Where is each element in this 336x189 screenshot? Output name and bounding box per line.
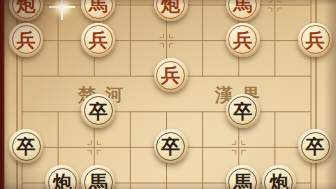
piece-character: 炮 — [53, 165, 72, 189]
red-soldier-piece[interactable]: 兵 — [81, 23, 115, 57]
piece-character: 炮 — [269, 165, 288, 189]
piece-character: 卒 — [89, 94, 108, 128]
piece-character: 馬 — [89, 0, 108, 21]
piece-character: 兵 — [161, 58, 180, 92]
piece-character: 兵 — [306, 23, 325, 57]
piece-character: 兵 — [17, 23, 36, 57]
xiangqi-board[interactable]: 楚河 漢界 炮馬炮馬兵兵兵兵兵卒卒卒卒卒炮馬馬炮 — [4, 0, 336, 189]
red-soldier-piece[interactable]: 兵 — [9, 23, 43, 57]
piece-character: 卒 — [233, 94, 252, 128]
piece-character: 馬 — [233, 0, 252, 21]
piece-character: 馬 — [233, 165, 252, 189]
black-soldier-piece[interactable]: 卒 — [81, 94, 115, 128]
piece-character: 卒 — [306, 129, 325, 163]
red-soldier-piece[interactable]: 兵 — [154, 58, 188, 92]
piece-character: 馬 — [89, 165, 108, 189]
piece-character: 兵 — [89, 23, 108, 57]
piece-character: 炮 — [17, 0, 36, 21]
piece-character: 卒 — [17, 129, 36, 163]
piece-character: 炮 — [161, 0, 180, 21]
red-soldier-piece[interactable]: 兵 — [298, 23, 332, 57]
black-soldier-piece[interactable]: 卒 — [226, 94, 260, 128]
black-soldier-piece[interactable]: 卒 — [154, 129, 188, 163]
red-soldier-piece[interactable]: 兵 — [226, 23, 260, 57]
piece-character: 卒 — [161, 129, 180, 163]
piece-character: 兵 — [233, 23, 252, 57]
